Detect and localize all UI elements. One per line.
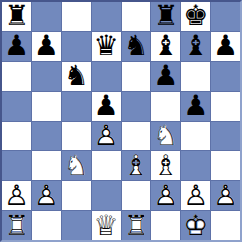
square-a5[interactable]: [2, 92, 31, 121]
square-e2[interactable]: [122, 181, 151, 210]
piece-white-king-fill: ♚: [181, 211, 210, 240]
piece-white-pawn[interactable]: ♙: [92, 122, 121, 151]
square-f6[interactable]: ♟: [151, 62, 180, 91]
square-c5[interactable]: [62, 92, 91, 121]
piece-white-pawn[interactable]: ♙: [181, 181, 210, 210]
square-d2[interactable]: [92, 181, 121, 210]
square-f2[interactable]: ♟♙: [151, 181, 180, 210]
square-e5[interactable]: [122, 92, 151, 121]
square-g6[interactable]: [181, 62, 210, 91]
square-e8[interactable]: [122, 2, 151, 31]
square-b2[interactable]: ♟♙: [32, 181, 61, 210]
piece-white-rook[interactable]: ♖: [122, 211, 151, 240]
piece-black-bishop[interactable]: ♝: [151, 32, 180, 61]
piece-white-pawn-fill: ♟: [2, 181, 31, 210]
square-g8[interactable]: ♚: [181, 2, 210, 31]
piece-white-bishop[interactable]: ♗: [122, 151, 151, 180]
piece-white-bishop[interactable]: ♗: [151, 151, 180, 180]
square-a1[interactable]: ♜♖: [2, 211, 31, 240]
piece-black-rook[interactable]: ♜: [2, 2, 31, 31]
square-c3[interactable]: ♞♘: [62, 151, 91, 180]
square-c1[interactable]: [62, 211, 91, 240]
piece-white-knight[interactable]: ♘: [62, 151, 91, 180]
piece-white-knight-fill: ♞: [62, 151, 91, 180]
square-a2[interactable]: ♟♙: [2, 181, 31, 210]
square-d8[interactable]: [92, 2, 121, 31]
piece-white-queen[interactable]: ♕: [92, 211, 121, 240]
piece-white-knight[interactable]: ♘: [151, 122, 180, 151]
square-g3[interactable]: [181, 151, 210, 180]
piece-white-king[interactable]: ♔: [181, 211, 210, 240]
piece-black-knight[interactable]: ♞: [122, 32, 151, 61]
square-b3[interactable]: [32, 151, 61, 180]
square-b4[interactable]: [32, 122, 61, 151]
square-h4[interactable]: [211, 122, 240, 151]
piece-white-pawn-fill: ♟: [92, 122, 121, 151]
square-f1[interactable]: [151, 211, 180, 240]
square-c7[interactable]: [62, 32, 91, 61]
square-c6[interactable]: ♞: [62, 62, 91, 91]
square-f4[interactable]: ♞♘: [151, 122, 180, 151]
square-a4[interactable]: [2, 122, 31, 151]
piece-black-pawn[interactable]: ♟: [211, 32, 240, 61]
square-a6[interactable]: [2, 62, 31, 91]
square-b5[interactable]: [32, 92, 61, 121]
square-a3[interactable]: [2, 151, 31, 180]
square-h6[interactable]: [211, 62, 240, 91]
square-f3[interactable]: ♝♗: [151, 151, 180, 180]
chess-board: ♜♜♚♟♟♛♞♝♝♟♞♟♟♟♟♙♞♘♞♘♝♗♝♗♟♙♟♙♟♙♟♙♟♙♜♖♛♕♜♖…: [0, 0, 242, 242]
square-h8[interactable]: [211, 2, 240, 31]
square-g7[interactable]: ♝: [181, 32, 210, 61]
square-e4[interactable]: [122, 122, 151, 151]
square-d3[interactable]: [92, 151, 121, 180]
square-h2[interactable]: ♟♙: [211, 181, 240, 210]
square-e7[interactable]: ♞: [122, 32, 151, 61]
square-d7[interactable]: ♛: [92, 32, 121, 61]
piece-black-knight[interactable]: ♞: [62, 62, 91, 91]
square-e3[interactable]: ♝♗: [122, 151, 151, 180]
square-e6[interactable]: [122, 62, 151, 91]
square-d1[interactable]: ♛♕: [92, 211, 121, 240]
piece-white-pawn[interactable]: ♙: [2, 181, 31, 210]
square-f5[interactable]: [151, 92, 180, 121]
square-h7[interactable]: ♟: [211, 32, 240, 61]
piece-black-queen[interactable]: ♛: [92, 32, 121, 61]
square-d4[interactable]: ♟♙: [92, 122, 121, 151]
piece-black-pawn[interactable]: ♟: [181, 92, 210, 121]
piece-black-bishop[interactable]: ♝: [181, 32, 210, 61]
square-b8[interactable]: [32, 2, 61, 31]
square-g1[interactable]: ♚♔: [181, 211, 210, 240]
piece-black-pawn[interactable]: ♟: [32, 32, 61, 61]
piece-white-knight-fill: ♞: [151, 122, 180, 151]
piece-black-king[interactable]: ♚: [181, 2, 210, 31]
square-a8[interactable]: ♜: [2, 2, 31, 31]
piece-white-rook[interactable]: ♖: [2, 211, 31, 240]
piece-white-pawn-fill: ♟: [181, 181, 210, 210]
piece-white-rook-fill: ♜: [122, 211, 151, 240]
square-a7[interactable]: ♟: [2, 32, 31, 61]
piece-black-pawn[interactable]: ♟: [2, 32, 31, 61]
square-h1[interactable]: [211, 211, 240, 240]
square-h5[interactable]: [211, 92, 240, 121]
piece-white-pawn-fill: ♟: [32, 181, 61, 210]
piece-white-bishop-fill: ♝: [151, 151, 180, 180]
square-f8[interactable]: ♜: [151, 2, 180, 31]
square-g2[interactable]: ♟♙: [181, 181, 210, 210]
piece-black-pawn[interactable]: ♟: [92, 92, 121, 121]
piece-white-bishop-fill: ♝: [122, 151, 151, 180]
square-b7[interactable]: ♟: [32, 32, 61, 61]
piece-black-pawn[interactable]: ♟: [151, 62, 180, 91]
piece-white-pawn[interactable]: ♙: [151, 181, 180, 210]
square-g5[interactable]: ♟: [181, 92, 210, 121]
square-d5[interactable]: ♟: [92, 92, 121, 121]
piece-black-rook[interactable]: ♜: [151, 2, 180, 31]
square-b6[interactable]: [32, 62, 61, 91]
piece-white-pawn-fill: ♟: [211, 181, 240, 210]
piece-white-rook-fill: ♜: [2, 211, 31, 240]
square-f7[interactable]: ♝: [151, 32, 180, 61]
square-c4[interactable]: [62, 122, 91, 151]
square-b1[interactable]: [32, 211, 61, 240]
piece-white-pawn-fill: ♟: [151, 181, 180, 210]
piece-white-queen-fill: ♛: [92, 211, 121, 240]
piece-white-pawn[interactable]: ♙: [32, 181, 61, 210]
square-g4[interactable]: [181, 122, 210, 151]
square-e1[interactable]: ♜♖: [122, 211, 151, 240]
square-d6[interactable]: [92, 62, 121, 91]
piece-white-pawn[interactable]: ♙: [211, 181, 240, 210]
square-c2[interactable]: [62, 181, 91, 210]
square-c8[interactable]: [62, 2, 91, 31]
square-h3[interactable]: [211, 151, 240, 180]
